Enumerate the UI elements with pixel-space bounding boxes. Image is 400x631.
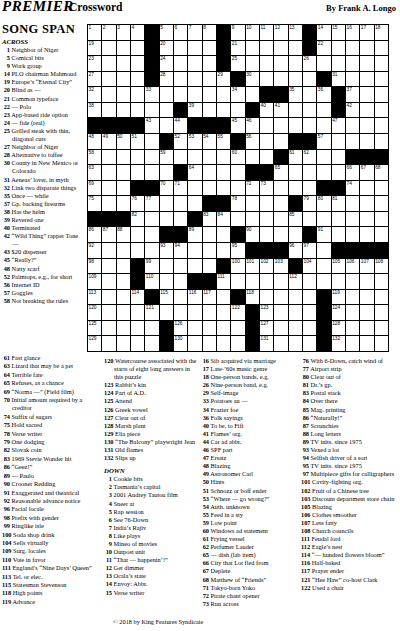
grid-cell-r21c1[interactable]: 129 xyxy=(88,336,102,352)
grid-cell-r14c1[interactable]: 86 xyxy=(88,227,102,243)
grid-cell-r1c15[interactable]: 13 xyxy=(289,25,303,41)
grid-cell-r2c13[interactable] xyxy=(260,41,274,57)
grid-cell-r15c8[interactable] xyxy=(188,243,202,259)
grid-cell-r14c13[interactable] xyxy=(260,227,274,243)
grid-cell-r18c4[interactable]: 114 xyxy=(131,290,145,306)
grid-cell-r16c18[interactable]: 105 xyxy=(332,259,346,275)
grid-cell-r2c9[interactable] xyxy=(203,41,217,57)
grid-cell-r13c10[interactable]: 84 xyxy=(217,212,231,228)
grid-cell-r6c13[interactable]: 40 xyxy=(260,103,274,119)
grid-cell-r14c20[interactable] xyxy=(360,227,374,243)
grid-cell-r21c18[interactable]: 132 xyxy=(332,336,346,352)
grid-cell-r20c2[interactable] xyxy=(102,321,116,337)
crossword-grid[interactable]: 1234567891011121314151617181920212223242… xyxy=(87,24,389,352)
grid-cell-r17c14[interactable] xyxy=(274,274,288,290)
grid-cell-r9c2[interactable] xyxy=(102,150,116,166)
grid-cell-r7c7[interactable]: 44 xyxy=(174,118,188,134)
grid-cell-r1c14[interactable]: 12 xyxy=(274,25,288,41)
grid-cell-r21c7[interactable]: 130 xyxy=(174,336,188,352)
grid-cell-r20c14[interactable] xyxy=(274,321,288,337)
grid-cell-r18c20[interactable] xyxy=(360,290,374,306)
grid-cell-r2c3[interactable] xyxy=(117,41,131,57)
grid-cell-r19c16[interactable] xyxy=(303,305,317,321)
grid-cell-r3c6[interactable]: 24 xyxy=(160,56,174,72)
grid-cell-r10c21[interactable]: 68 xyxy=(375,165,389,181)
grid-cell-r14c12[interactable]: 90 xyxy=(246,227,260,243)
grid-cell-r20c15[interactable] xyxy=(289,321,303,337)
grid-cell-r5c19[interactable]: 37 xyxy=(346,87,360,103)
grid-cell-r18c16[interactable] xyxy=(303,290,317,306)
grid-cell-r12c3[interactable] xyxy=(117,196,131,212)
grid-cell-r5c6[interactable] xyxy=(160,87,174,103)
grid-cell-r8c8[interactable]: 53 xyxy=(188,134,202,150)
grid-cell-r8c1[interactable]: 48 xyxy=(88,134,102,150)
grid-cell-r11c8[interactable] xyxy=(188,181,202,197)
grid-cell-r6c10[interactable] xyxy=(217,103,231,119)
grid-cell-r10c9[interactable] xyxy=(203,165,217,181)
grid-cell-r10c19[interactable]: 66 xyxy=(346,165,360,181)
grid-cell-r18c2[interactable] xyxy=(102,290,116,306)
grid-cell-r10c15[interactable] xyxy=(289,165,303,181)
grid-cell-r17c15[interactable]: 112 xyxy=(289,274,303,290)
grid-cell-r14c21[interactable] xyxy=(375,227,389,243)
grid-cell-r12c14[interactable] xyxy=(274,196,288,212)
grid-cell-r21c15[interactable] xyxy=(289,336,303,352)
grid-cell-r3c3[interactable] xyxy=(117,56,131,72)
grid-cell-r9c3[interactable] xyxy=(117,150,131,166)
grid-cell-r2c14[interactable] xyxy=(274,41,288,57)
grid-cell-r16c19[interactable]: 106 xyxy=(346,259,360,275)
grid-cell-r18c3[interactable] xyxy=(117,290,131,306)
grid-cell-r2c8[interactable] xyxy=(188,41,202,57)
grid-cell-r14c15[interactable] xyxy=(289,227,303,243)
grid-cell-r13c7[interactable] xyxy=(174,212,188,228)
grid-cell-r17c13[interactable] xyxy=(260,274,274,290)
grid-cell-r7c20[interactable] xyxy=(360,118,374,134)
grid-cell-r19c14[interactable] xyxy=(274,305,288,321)
grid-cell-r19c19[interactable] xyxy=(346,305,360,321)
grid-cell-r13c14[interactable] xyxy=(274,212,288,228)
grid-cell-r3c7[interactable] xyxy=(174,56,188,72)
grid-cell-r3c14[interactable] xyxy=(274,56,288,72)
grid-cell-r18c10[interactable] xyxy=(217,290,231,306)
grid-cell-r11c9[interactable] xyxy=(203,181,217,197)
grid-cell-r18c1[interactable]: 113 xyxy=(88,290,102,306)
grid-cell-r19c2[interactable] xyxy=(102,305,116,321)
grid-cell-r7c12[interactable]: 46 xyxy=(246,118,260,134)
grid-cell-r6c19[interactable]: 42 xyxy=(346,103,360,119)
grid-cell-r8c21[interactable] xyxy=(375,134,389,150)
grid-cell-r9c15[interactable]: 61 xyxy=(289,150,303,166)
grid-cell-r11c10[interactable] xyxy=(217,181,231,197)
grid-cell-r1c19[interactable]: 16 xyxy=(346,25,360,41)
grid-cell-r15c16[interactable]: 97 xyxy=(303,243,317,259)
grid-cell-r21c16[interactable] xyxy=(303,336,317,352)
grid-cell-r21c19[interactable] xyxy=(346,336,360,352)
grid-cell-r7c15[interactable] xyxy=(289,118,303,134)
grid-cell-r1c1[interactable]: 1 xyxy=(88,25,102,41)
grid-cell-r4c6[interactable]: 28 xyxy=(160,72,174,88)
grid-cell-r17c20[interactable] xyxy=(360,274,374,290)
grid-cell-r4c20[interactable] xyxy=(360,72,374,88)
grid-cell-r11c14[interactable] xyxy=(274,181,288,197)
grid-cell-r4c14[interactable] xyxy=(274,72,288,88)
grid-cell-r12c18[interactable]: 81 xyxy=(332,196,346,212)
grid-cell-r11c19[interactable]: 74 xyxy=(346,181,360,197)
grid-cell-r6c9[interactable] xyxy=(203,103,217,119)
grid-cell-r11c20[interactable] xyxy=(360,181,374,197)
grid-cell-r3c8[interactable] xyxy=(188,56,202,72)
grid-cell-r15c17[interactable] xyxy=(317,243,331,259)
grid-cell-r4c10[interactable]: 29 xyxy=(217,72,231,88)
grid-cell-r19c4[interactable] xyxy=(131,305,145,321)
grid-cell-r12c13[interactable] xyxy=(260,196,274,212)
grid-cell-r15c11[interactable]: 95 xyxy=(231,243,245,259)
grid-cell-r2c19[interactable] xyxy=(346,41,360,57)
grid-cell-r9c11[interactable]: 60 xyxy=(231,150,245,166)
grid-cell-r21c8[interactable] xyxy=(188,336,202,352)
grid-cell-r4c9[interactable] xyxy=(203,72,217,88)
grid-cell-r17c6[interactable] xyxy=(160,274,174,290)
grid-cell-r16c16[interactable]: 104 xyxy=(303,259,317,275)
grid-cell-r13c9[interactable]: 83 xyxy=(203,212,217,228)
grid-cell-r12c21[interactable] xyxy=(375,196,389,212)
grid-cell-r8c13[interactable] xyxy=(260,134,274,150)
grid-cell-r17c11[interactable] xyxy=(231,274,245,290)
grid-cell-r1c4[interactable]: 4 xyxy=(131,25,145,41)
grid-cell-r20c9[interactable] xyxy=(203,321,217,337)
grid-cell-r9c9[interactable] xyxy=(203,150,217,166)
grid-cell-r17c12[interactable] xyxy=(246,274,260,290)
grid-cell-r3c21[interactable] xyxy=(375,56,389,72)
grid-cell-r1c13[interactable]: 11 xyxy=(260,25,274,41)
grid-cell-r8c3[interactable]: 50 xyxy=(117,134,131,150)
grid-cell-r9c1[interactable]: 58 xyxy=(88,150,102,166)
grid-cell-r21c11[interactable] xyxy=(231,336,245,352)
grid-cell-r6c2[interactable] xyxy=(102,103,116,119)
grid-cell-r3c1[interactable]: 23 xyxy=(88,56,102,72)
grid-cell-r21c2[interactable] xyxy=(102,336,116,352)
grid-cell-r19c6[interactable] xyxy=(160,305,174,321)
grid-cell-r13c5[interactable] xyxy=(145,212,159,228)
grid-cell-r6c21[interactable] xyxy=(375,103,389,119)
grid-cell-r13c21[interactable] xyxy=(375,212,389,228)
grid-cell-r20c5[interactable] xyxy=(145,321,159,337)
grid-cell-r1c12[interactable]: 10 xyxy=(246,25,260,41)
grid-cell-r7c18[interactable]: 47 xyxy=(332,118,346,134)
grid-cell-r9c17[interactable] xyxy=(317,150,331,166)
grid-cell-r20c19[interactable] xyxy=(346,321,360,337)
grid-cell-r8c19[interactable] xyxy=(346,134,360,150)
grid-cell-r19c20[interactable] xyxy=(360,305,374,321)
grid-cell-r16c9[interactable] xyxy=(203,259,217,275)
grid-cell-r12c12[interactable] xyxy=(246,196,260,212)
grid-cell-r19c9[interactable] xyxy=(203,305,217,321)
grid-cell-r5c1[interactable]: 32 xyxy=(88,87,102,103)
grid-cell-r12c8[interactable] xyxy=(188,196,202,212)
grid-cell-r13c19[interactable] xyxy=(346,212,360,228)
grid-cell-r11c13[interactable]: 73 xyxy=(260,181,274,197)
grid-cell-r11c21[interactable] xyxy=(375,181,389,197)
grid-cell-r4c13[interactable] xyxy=(260,72,274,88)
grid-cell-r10c18[interactable] xyxy=(332,165,346,181)
grid-cell-r19c1[interactable]: 120 xyxy=(88,305,102,321)
grid-cell-r20c8[interactable] xyxy=(188,321,202,337)
grid-cell-r15c1[interactable]: 92 xyxy=(88,243,102,259)
grid-cell-r17c17[interactable] xyxy=(317,274,331,290)
grid-cell-r16c17[interactable] xyxy=(317,259,331,275)
grid-cell-r2c4[interactable] xyxy=(131,41,145,57)
grid-cell-r6c20[interactable] xyxy=(360,103,374,119)
grid-cell-r9c8[interactable] xyxy=(188,150,202,166)
grid-cell-r14c9[interactable] xyxy=(203,227,217,243)
grid-cell-r17c16[interactable] xyxy=(303,274,317,290)
grid-cell-r19c15[interactable] xyxy=(289,305,303,321)
grid-cell-r15c2[interactable] xyxy=(102,243,116,259)
grid-cell-r4c12[interactable]: 30 xyxy=(246,72,260,88)
grid-cell-r14c5[interactable] xyxy=(145,227,159,243)
grid-cell-r20c20[interactable] xyxy=(360,321,374,337)
grid-cell-r12c1[interactable]: 75 xyxy=(88,196,102,212)
grid-cell-r5c20[interactable] xyxy=(360,87,374,103)
grid-cell-r14c4[interactable] xyxy=(131,227,145,243)
grid-cell-r18c8[interactable]: 116 xyxy=(188,290,202,306)
grid-cell-r15c3[interactable] xyxy=(117,243,131,259)
grid-cell-r18c13[interactable] xyxy=(260,290,274,306)
grid-cell-r18c15[interactable] xyxy=(289,290,303,306)
grid-cell-r3c19[interactable] xyxy=(346,56,360,72)
grid-cell-r14c2[interactable]: 87 xyxy=(102,227,116,243)
grid-cell-r4c19[interactable] xyxy=(346,72,360,88)
grid-cell-r7c14[interactable] xyxy=(274,118,288,134)
grid-cell-r16c2[interactable] xyxy=(102,259,116,275)
grid-cell-r18c6[interactable]: 115 xyxy=(160,290,174,306)
grid-cell-r5c16[interactable] xyxy=(303,87,317,103)
grid-cell-r6c8[interactable]: 39 xyxy=(188,103,202,119)
grid-cell-r6c1[interactable]: 38 xyxy=(88,103,102,119)
grid-cell-r16c20[interactable]: 107 xyxy=(360,259,374,275)
grid-cell-r4c15[interactable] xyxy=(289,72,303,88)
grid-cell-r12c5[interactable]: 77 xyxy=(145,196,159,212)
grid-cell-r19c18[interactable]: 124 xyxy=(332,305,346,321)
grid-cell-r17c10[interactable]: 111 xyxy=(217,274,231,290)
grid-cell-r2c2[interactable] xyxy=(102,41,116,57)
grid-cell-r11c15[interactable] xyxy=(289,181,303,197)
grid-cell-r17c2[interactable] xyxy=(102,274,116,290)
grid-cell-r17c5[interactable]: 110 xyxy=(145,274,159,290)
grid-cell-r21c10[interactable] xyxy=(217,336,231,352)
grid-cell-r19c7[interactable] xyxy=(174,305,188,321)
grid-cell-r2c1[interactable]: 19 xyxy=(88,41,102,57)
grid-cell-r13c4[interactable]: 82 xyxy=(131,212,145,228)
grid-cell-r20c13[interactable]: 127 xyxy=(260,321,274,337)
grid-cell-r13c6[interactable] xyxy=(160,212,174,228)
grid-cell-r2c20[interactable] xyxy=(360,41,374,57)
grid-cell-r12c17[interactable]: 80 xyxy=(317,196,331,212)
grid-cell-r8c9[interactable]: 54 xyxy=(203,134,217,150)
grid-cell-r15c7[interactable]: 94 xyxy=(174,243,188,259)
grid-cell-r12c2[interactable] xyxy=(102,196,116,212)
grid-cell-r2c12[interactable] xyxy=(246,41,260,57)
grid-cell-r1c8[interactable]: 7 xyxy=(188,25,202,41)
grid-cell-r15c9[interactable] xyxy=(203,243,217,259)
grid-cell-r8c14[interactable] xyxy=(274,134,288,150)
grid-cell-r20c16[interactable] xyxy=(303,321,317,337)
grid-cell-r18c9[interactable]: 117 xyxy=(203,290,217,306)
grid-cell-r2c15[interactable] xyxy=(289,41,303,57)
grid-cell-r1c2[interactable]: 2 xyxy=(102,25,116,41)
grid-cell-r4c18[interactable]: 31 xyxy=(332,72,346,88)
grid-cell-r11c11[interactable] xyxy=(231,181,245,197)
grid-cell-r8c4[interactable]: 51 xyxy=(131,134,145,150)
grid-cell-r18c21[interactable] xyxy=(375,290,389,306)
grid-cell-r8c5[interactable] xyxy=(145,134,159,150)
grid-cell-r6c16[interactable] xyxy=(303,103,317,119)
grid-cell-r9c10[interactable] xyxy=(217,150,231,166)
grid-cell-r4c7[interactable] xyxy=(174,72,188,88)
grid-cell-r5c11[interactable]: 34 xyxy=(231,87,245,103)
grid-cell-r10c10[interactable] xyxy=(217,165,231,181)
grid-cell-r1c6[interactable]: 5 xyxy=(160,25,174,41)
grid-cell-r8c2[interactable]: 49 xyxy=(102,134,116,150)
grid-cell-r10c4[interactable] xyxy=(131,165,145,181)
grid-cell-r17c1[interactable]: 109 xyxy=(88,274,102,290)
grid-cell-r5c12[interactable] xyxy=(246,87,260,103)
grid-cell-r10c17[interactable] xyxy=(317,165,331,181)
grid-cell-r10c8[interactable]: 64 xyxy=(188,165,202,181)
grid-cell-r16c12[interactable]: 101 xyxy=(246,259,260,275)
grid-cell-r13c13[interactable] xyxy=(260,212,274,228)
grid-cell-r10c6[interactable] xyxy=(160,165,174,181)
grid-cell-r19c5[interactable]: 121 xyxy=(145,305,159,321)
grid-cell-r5c2[interactable] xyxy=(102,87,116,103)
grid-cell-r9c13[interactable] xyxy=(260,150,274,166)
grid-cell-r5c17[interactable]: 36 xyxy=(317,87,331,103)
grid-cell-r5c8[interactable] xyxy=(188,87,202,103)
grid-cell-r10c2[interactable] xyxy=(102,165,116,181)
grid-cell-r7c16[interactable] xyxy=(303,118,317,134)
grid-cell-r18c7[interactable] xyxy=(174,290,188,306)
grid-cell-r5c10[interactable] xyxy=(217,87,231,103)
grid-cell-r6c11[interactable] xyxy=(231,103,245,119)
grid-cell-r16c6[interactable] xyxy=(160,259,174,275)
grid-cell-r5c3[interactable] xyxy=(117,87,131,103)
grid-cell-r6c6[interactable] xyxy=(160,103,174,119)
grid-cell-r10c3[interactable] xyxy=(117,165,131,181)
grid-cell-r16c8[interactable] xyxy=(188,259,202,275)
grid-cell-r16c11[interactable]: 100 xyxy=(231,259,245,275)
grid-cell-r4c21[interactable] xyxy=(375,72,389,88)
grid-cell-r9c16[interactable]: 62 xyxy=(303,150,317,166)
grid-cell-r18c18[interactable]: 119 xyxy=(332,290,346,306)
grid-cell-r14c14[interactable] xyxy=(274,227,288,243)
grid-cell-r8c7[interactable]: 52 xyxy=(174,134,188,150)
grid-cell-r21c4[interactable] xyxy=(131,336,145,352)
grid-cell-r11c7[interactable]: 71 xyxy=(174,181,188,197)
grid-cell-r20c18[interactable]: 128 xyxy=(332,321,346,337)
grid-cell-r5c4[interactable] xyxy=(131,87,145,103)
grid-cell-r20c21[interactable] xyxy=(375,321,389,337)
grid-cell-r10c5[interactable] xyxy=(145,165,159,181)
grid-cell-r1c20[interactable]: 17 xyxy=(360,25,374,41)
grid-cell-r15c10[interactable] xyxy=(217,243,231,259)
grid-cell-r7c6[interactable] xyxy=(160,118,174,134)
grid-cell-r7c17[interactable] xyxy=(317,118,331,134)
grid-cell-r10c16[interactable] xyxy=(303,165,317,181)
grid-cell-r20c11[interactable] xyxy=(231,321,245,337)
grid-cell-r12c20[interactable] xyxy=(360,196,374,212)
grid-cell-r20c4[interactable] xyxy=(131,321,145,337)
grid-cell-r13c12[interactable] xyxy=(246,212,260,228)
grid-cell-r4c3[interactable] xyxy=(117,72,131,88)
grid-cell-r20c1[interactable]: 125 xyxy=(88,321,102,337)
grid-cell-r6c4[interactable] xyxy=(131,103,145,119)
grid-cell-r20c10[interactable] xyxy=(217,321,231,337)
grid-cell-r19c21[interactable] xyxy=(375,305,389,321)
grid-cell-r5c21[interactable] xyxy=(375,87,389,103)
grid-cell-r11c1[interactable]: 69 xyxy=(88,181,102,197)
grid-cell-r10c11[interactable] xyxy=(231,165,245,181)
grid-cell-r5c7[interactable] xyxy=(174,87,188,103)
grid-cell-r19c3[interactable] xyxy=(117,305,131,321)
grid-cell-r9c18[interactable] xyxy=(332,150,346,166)
grid-cell-r3c16[interactable]: 26 xyxy=(303,56,317,72)
grid-cell-r11c6[interactable]: 70 xyxy=(160,181,174,197)
grid-cell-r6c17[interactable] xyxy=(317,103,331,119)
grid-cell-r3c17[interactable] xyxy=(317,56,331,72)
grid-cell-r1c11[interactable]: 9 xyxy=(231,25,245,41)
grid-cell-r3c18[interactable] xyxy=(332,56,346,72)
grid-cell-r4c1[interactable]: 27 xyxy=(88,72,102,88)
grid-cell-r13c20[interactable] xyxy=(360,212,374,228)
grid-cell-r21c14[interactable] xyxy=(274,336,288,352)
grid-cell-r1c21[interactable]: 18 xyxy=(375,25,389,41)
grid-cell-r14c18[interactable] xyxy=(332,227,346,243)
grid-cell-r16c5[interactable]: 99 xyxy=(145,259,159,275)
grid-cell-r6c5[interactable] xyxy=(145,103,159,119)
grid-cell-r13c11[interactable] xyxy=(231,212,245,228)
grid-cell-r21c5[interactable] xyxy=(145,336,159,352)
grid-cell-r7c11[interactable]: 45 xyxy=(231,118,245,134)
grid-cell-r17c19[interactable] xyxy=(346,274,360,290)
grid-cell-r13c16[interactable] xyxy=(303,212,317,228)
grid-cell-r1c9[interactable]: 8 xyxy=(203,25,217,41)
grid-cell-r4c8[interactable] xyxy=(188,72,202,88)
grid-cell-r16c1[interactable]: 98 xyxy=(88,259,102,275)
grid-cell-r1c18[interactable]: 15 xyxy=(332,25,346,41)
grid-cell-r7c5[interactable]: 43 xyxy=(145,118,159,134)
grid-cell-r12c7[interactable] xyxy=(174,196,188,212)
grid-cell-r8c20[interactable] xyxy=(360,134,374,150)
grid-cell-r1c17[interactable]: 14 xyxy=(317,25,331,41)
grid-cell-r7c19[interactable] xyxy=(346,118,360,134)
grid-cell-r3c9[interactable] xyxy=(203,56,217,72)
grid-cell-r9c7[interactable] xyxy=(174,150,188,166)
grid-cell-r21c3[interactable] xyxy=(117,336,131,352)
grid-cell-r3c4[interactable] xyxy=(131,56,145,72)
grid-cell-r5c15[interactable]: 35 xyxy=(289,87,303,103)
grid-cell-r13c17[interactable] xyxy=(317,212,331,228)
grid-cell-r21c20[interactable] xyxy=(360,336,374,352)
grid-cell-r15c15[interactable]: 96 xyxy=(289,243,303,259)
grid-cell-r3c11[interactable]: 25 xyxy=(231,56,245,72)
grid-cell-r16c7[interactable] xyxy=(174,259,188,275)
grid-cell-r1c3[interactable]: 3 xyxy=(117,25,131,41)
grid-cell-r4c2[interactable] xyxy=(102,72,116,88)
grid-cell-r6c14[interactable]: 41 xyxy=(274,103,288,119)
grid-cell-r12c11[interactable]: 78 xyxy=(231,196,245,212)
grid-cell-r9c5[interactable] xyxy=(145,150,159,166)
